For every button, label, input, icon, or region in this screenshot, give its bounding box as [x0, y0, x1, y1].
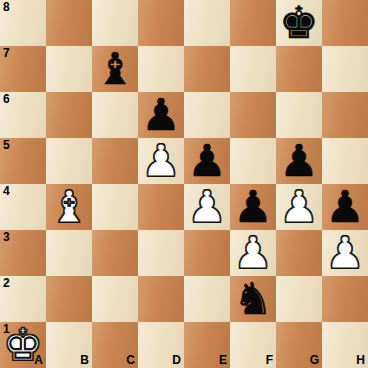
white-pawn[interactable]: ♟: [322, 230, 368, 276]
square-g6[interactable]: [276, 92, 322, 138]
square-h8[interactable]: [322, 0, 368, 46]
square-d6[interactable]: ♟: [138, 92, 184, 138]
square-a3[interactable]: 3: [0, 230, 46, 276]
square-h3[interactable]: ♟: [322, 230, 368, 276]
rank-label-5: 5: [3, 139, 10, 152]
square-h5[interactable]: [322, 138, 368, 184]
rank-label-2: 2: [3, 277, 10, 290]
square-c7[interactable]: ♝: [92, 46, 138, 92]
white-pawn[interactable]: ♟: [184, 184, 230, 230]
square-c8[interactable]: [92, 0, 138, 46]
square-b5[interactable]: [46, 138, 92, 184]
square-b2[interactable]: [46, 276, 92, 322]
black-pawn[interactable]: ♟: [138, 92, 184, 138]
file-label-b: B: [80, 354, 89, 367]
file-label-d: D: [172, 354, 181, 367]
square-b8[interactable]: [46, 0, 92, 46]
square-c4[interactable]: [92, 184, 138, 230]
square-d8[interactable]: [138, 0, 184, 46]
square-h6[interactable]: [322, 92, 368, 138]
square-b6[interactable]: [46, 92, 92, 138]
square-e4[interactable]: ♟: [184, 184, 230, 230]
square-e1[interactable]: E: [184, 322, 230, 368]
rank-label-4: 4: [3, 185, 10, 198]
square-d3[interactable]: [138, 230, 184, 276]
square-e5[interactable]: ♟: [184, 138, 230, 184]
square-e2[interactable]: [184, 276, 230, 322]
square-e3[interactable]: [184, 230, 230, 276]
square-e7[interactable]: [184, 46, 230, 92]
file-label-f: F: [266, 354, 273, 367]
black-king[interactable]: ♚: [276, 0, 322, 46]
square-d4[interactable]: [138, 184, 184, 230]
square-e6[interactable]: [184, 92, 230, 138]
square-f4[interactable]: ♟: [230, 184, 276, 230]
square-g2[interactable]: [276, 276, 322, 322]
square-g1[interactable]: G: [276, 322, 322, 368]
square-c1[interactable]: C: [92, 322, 138, 368]
square-a2[interactable]: 2: [0, 276, 46, 322]
square-h7[interactable]: [322, 46, 368, 92]
square-h1[interactable]: H: [322, 322, 368, 368]
square-a6[interactable]: 6: [0, 92, 46, 138]
white-pawn[interactable]: ♟: [230, 230, 276, 276]
square-a8[interactable]: 8: [0, 0, 46, 46]
square-e8[interactable]: [184, 0, 230, 46]
black-pawn[interactable]: ♟: [276, 138, 322, 184]
rank-label-8: 8: [3, 1, 10, 14]
square-c2[interactable]: [92, 276, 138, 322]
file-label-c: C: [126, 354, 135, 367]
black-pawn[interactable]: ♟: [184, 138, 230, 184]
square-a1[interactable]: 1A♚: [0, 322, 46, 368]
black-knight[interactable]: ♞: [230, 276, 276, 322]
square-a5[interactable]: 5: [0, 138, 46, 184]
square-c6[interactable]: [92, 92, 138, 138]
file-label-e: E: [219, 354, 227, 367]
square-g4[interactable]: ♟: [276, 184, 322, 230]
chess-board: 8♚7♝6♟5♟♟♟4♝♟♟♟♟3♟♟2♞1A♚BCDEFGH: [0, 0, 368, 368]
square-c5[interactable]: [92, 138, 138, 184]
square-b4[interactable]: ♝: [46, 184, 92, 230]
square-d2[interactable]: [138, 276, 184, 322]
white-pawn[interactable]: ♟: [138, 138, 184, 184]
file-label-h: H: [356, 354, 365, 367]
square-g3[interactable]: [276, 230, 322, 276]
square-c3[interactable]: [92, 230, 138, 276]
square-f2[interactable]: ♞: [230, 276, 276, 322]
square-b3[interactable]: [46, 230, 92, 276]
white-king[interactable]: ♚: [0, 322, 46, 368]
square-d1[interactable]: D: [138, 322, 184, 368]
square-h4[interactable]: ♟: [322, 184, 368, 230]
white-bishop[interactable]: ♝: [46, 184, 92, 230]
square-f3[interactable]: ♟: [230, 230, 276, 276]
square-f5[interactable]: [230, 138, 276, 184]
rank-label-7: 7: [3, 47, 10, 60]
square-f1[interactable]: F: [230, 322, 276, 368]
square-a7[interactable]: 7: [0, 46, 46, 92]
square-g7[interactable]: [276, 46, 322, 92]
white-pawn[interactable]: ♟: [276, 184, 322, 230]
square-g5[interactable]: ♟: [276, 138, 322, 184]
file-label-g: G: [310, 354, 319, 367]
square-h2[interactable]: [322, 276, 368, 322]
square-f6[interactable]: [230, 92, 276, 138]
black-pawn[interactable]: ♟: [230, 184, 276, 230]
square-b7[interactable]: [46, 46, 92, 92]
square-d7[interactable]: [138, 46, 184, 92]
square-g8[interactable]: ♚: [276, 0, 322, 46]
black-pawn[interactable]: ♟: [322, 184, 368, 230]
square-a4[interactable]: 4: [0, 184, 46, 230]
rank-label-3: 3: [3, 231, 10, 244]
square-f8[interactable]: [230, 0, 276, 46]
square-d5[interactable]: ♟: [138, 138, 184, 184]
rank-label-6: 6: [3, 93, 10, 106]
black-bishop[interactable]: ♝: [92, 46, 138, 92]
square-b1[interactable]: B: [46, 322, 92, 368]
square-f7[interactable]: [230, 46, 276, 92]
